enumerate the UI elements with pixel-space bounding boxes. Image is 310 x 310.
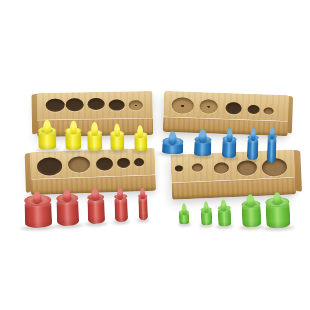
cylinder-knob — [220, 199, 227, 211]
yellow-socket-hole-3 — [87, 98, 104, 110]
blue-knobbed-cylinder-5[interactable] — [266, 126, 276, 162]
cylinder-body — [246, 138, 258, 160]
yellow-knobbed-cylinder-2[interactable] — [65, 120, 82, 150]
cylinder-knob — [69, 120, 76, 134]
blue-knobbed-cylinder-2[interactable] — [193, 129, 211, 157]
yellow-socket-hole-1 — [45, 98, 64, 111]
red-knobbed-cylinder-4[interactable] — [113, 187, 127, 222]
blue-socket-hole-1 — [171, 97, 194, 114]
green-socket-hole-1 — [175, 165, 183, 171]
red-socket-hole-5 — [134, 158, 144, 166]
cylinder-knob — [246, 194, 255, 207]
red-knobbed-cylinder-1[interactable] — [23, 190, 51, 228]
cylinder-knob — [250, 128, 255, 141]
green-knobbed-cylinder-1[interactable] — [178, 203, 189, 224]
yellow-knobbed-cylinder-5[interactable] — [134, 125, 147, 151]
yellow-knobbed-cylinder-3[interactable] — [86, 122, 102, 151]
yellow-knobbed-cylinder-4[interactable] — [110, 123, 124, 150]
cylinder-knob — [117, 187, 123, 200]
green-knobbed-cylinder-5[interactable] — [265, 192, 291, 229]
cylinder-body — [87, 198, 105, 225]
red-socket-hole-3 — [95, 157, 112, 171]
green-knobbed-cylinder-2[interactable] — [200, 201, 212, 225]
cylinder-knob — [139, 187, 144, 199]
yellow-cylinder-set — [29, 87, 160, 159]
blue-knobbed-cylinder-4[interactable] — [246, 128, 258, 160]
red-knobbed-cylinder-3[interactable] — [86, 188, 104, 225]
cylinder-knob — [63, 189, 71, 202]
yellow-knobbed-cylinder-1[interactable] — [38, 120, 57, 150]
cylinder-knob — [269, 127, 274, 140]
blue-knobbed-cylinder-1[interactable] — [161, 131, 183, 155]
cylinder-body — [114, 197, 128, 222]
yellow-block-top-face — [36, 91, 152, 120]
red-knobbed-cylinder-2[interactable] — [56, 188, 79, 226]
red-socket-hole-1 — [36, 157, 62, 176]
cylinder-knob — [33, 191, 41, 204]
cylinder-knob — [43, 120, 51, 134]
cylinder-knob — [114, 124, 120, 137]
product-photo-scene — [0, 0, 310, 310]
green-knobbed-cylinder-4[interactable] — [241, 194, 261, 228]
cylinder-body — [266, 136, 276, 162]
cylinder-knob — [203, 201, 209, 213]
blue-socket-hole-2 — [199, 99, 217, 114]
red-socket-hole-2 — [68, 156, 91, 173]
yellow-socket-hole-5 — [129, 100, 143, 110]
cylinder-knob — [168, 131, 176, 145]
cylinder-knob — [226, 128, 232, 142]
cylinder-knob — [91, 188, 99, 201]
cylinder-body — [138, 196, 148, 220]
blue-knobbed-cylinder-3[interactable] — [222, 128, 237, 158]
red-socket-hole-4 — [116, 158, 129, 168]
blue-socket-hole-5 — [263, 107, 273, 114]
cylinder-knob — [90, 122, 97, 136]
cylinder-knob — [137, 125, 143, 138]
yellow-socket-hole-2 — [66, 98, 84, 111]
green-knobbed-cylinder-3[interactable] — [217, 199, 231, 227]
cylinder-knob — [198, 129, 206, 143]
blue-cylinder-set — [157, 84, 295, 169]
blue-socket-hole-3 — [225, 102, 241, 115]
blue-socket-hole-4 — [247, 104, 259, 113]
cylinder-knob — [273, 192, 282, 205]
red-knobbed-cylinder-5[interactable] — [137, 187, 147, 220]
yellow-socket-hole-4 — [109, 99, 125, 110]
cylinder-knob — [181, 203, 187, 215]
